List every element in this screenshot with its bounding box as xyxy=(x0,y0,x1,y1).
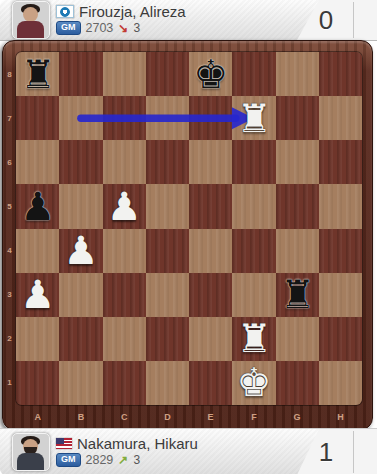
square-b6[interactable] xyxy=(59,140,102,184)
top-player-title-badge: GM xyxy=(56,21,81,35)
square-f8[interactable] xyxy=(232,52,275,96)
file-label-f: F xyxy=(232,407,275,427)
square-f4[interactable] xyxy=(232,229,275,273)
file-label-e: E xyxy=(189,407,232,427)
square-d3[interactable] xyxy=(146,273,189,317)
chess-game-widget: Firouzja, Alireza GM 2703 ↘ 3 0 87654321… xyxy=(0,0,377,474)
square-g8[interactable] xyxy=(276,52,319,96)
board-grid: ♜♚♜♟♟♟♟♜♜♚ xyxy=(16,52,362,405)
square-e3[interactable] xyxy=(189,273,232,317)
top-player-avatar xyxy=(12,1,50,39)
square-h1[interactable] xyxy=(319,361,362,405)
white-rook-f2[interactable]: ♜ xyxy=(232,317,275,361)
fide-flag-icon xyxy=(56,5,74,18)
square-f7[interactable]: ♜ xyxy=(232,96,275,140)
square-b4[interactable]: ♟ xyxy=(59,229,102,273)
square-e6[interactable] xyxy=(189,140,232,184)
square-g5[interactable] xyxy=(276,184,319,228)
rank-label-8: 8 xyxy=(3,52,16,96)
square-h8[interactable] xyxy=(319,52,362,96)
square-b3[interactable] xyxy=(59,273,102,317)
white-king-f1[interactable]: ♚ xyxy=(232,361,275,405)
square-f1[interactable]: ♚ xyxy=(232,361,275,405)
rank-labels: 87654321 xyxy=(3,52,16,405)
square-c5[interactable]: ♟ xyxy=(103,184,146,228)
square-g2[interactable] xyxy=(276,317,319,361)
rank-label-1: 1 xyxy=(3,361,16,405)
square-c2[interactable] xyxy=(103,317,146,361)
square-g4[interactable] xyxy=(276,229,319,273)
avatar-shirt xyxy=(17,453,44,470)
square-a5[interactable]: ♟ xyxy=(16,184,59,228)
avatar-shirt xyxy=(17,21,44,38)
square-d5[interactable] xyxy=(146,184,189,228)
square-d2[interactable] xyxy=(146,317,189,361)
square-h7[interactable] xyxy=(319,96,362,140)
square-a8[interactable]: ♜ xyxy=(16,52,59,96)
file-label-c: C xyxy=(103,407,146,427)
square-h3[interactable] xyxy=(319,273,362,317)
file-label-h: H xyxy=(319,407,362,427)
file-labels: ABCDEFGH xyxy=(16,407,362,427)
square-a1[interactable] xyxy=(16,361,59,405)
square-g1[interactable] xyxy=(276,361,319,405)
square-e2[interactable] xyxy=(189,317,232,361)
bottom-player-title-badge: GM xyxy=(56,453,81,467)
square-d1[interactable] xyxy=(146,361,189,405)
square-d6[interactable] xyxy=(146,140,189,184)
square-d4[interactable] xyxy=(146,229,189,273)
square-f6[interactable] xyxy=(232,140,275,184)
square-a7[interactable] xyxy=(16,96,59,140)
white-pawn-c5[interactable]: ♟ xyxy=(103,184,146,228)
rank-label-6: 6 xyxy=(3,140,16,184)
square-b5[interactable] xyxy=(59,184,102,228)
square-h4[interactable] xyxy=(319,229,362,273)
top-player-name: Firouzja, Alireza xyxy=(79,3,186,20)
square-e4[interactable] xyxy=(189,229,232,273)
square-a6[interactable] xyxy=(16,140,59,184)
file-label-b: B xyxy=(59,407,102,427)
bottom-player-avatar xyxy=(12,433,50,471)
square-d8[interactable] xyxy=(146,52,189,96)
square-h5[interactable] xyxy=(319,184,362,228)
white-rook-f7[interactable]: ♜ xyxy=(232,96,275,140)
black-rook-g3[interactable]: ♜ xyxy=(276,273,319,317)
chess-board: 87654321 ♜♚♜♟♟♟♟♜♜♚ ABCDEFGH xyxy=(2,40,373,430)
rank-label-7: 7 xyxy=(3,96,16,140)
square-a3[interactable]: ♟ xyxy=(16,273,59,317)
square-b2[interactable] xyxy=(59,317,102,361)
bottom-player-rating: 2829 xyxy=(86,453,114,467)
square-f5[interactable] xyxy=(232,184,275,228)
square-h6[interactable] xyxy=(319,140,362,184)
square-e8[interactable]: ♚ xyxy=(189,52,232,96)
score-divider xyxy=(353,2,354,38)
square-f2[interactable]: ♜ xyxy=(232,317,275,361)
square-c8[interactable] xyxy=(103,52,146,96)
square-d7[interactable] xyxy=(146,96,189,140)
white-pawn-b4[interactable]: ♟ xyxy=(59,229,102,273)
trend-down-arrow-icon: ↘ xyxy=(118,21,128,35)
black-pawn-a5[interactable]: ♟ xyxy=(16,184,59,228)
square-c7[interactable] xyxy=(103,96,146,140)
top-player-rating-change: 3 xyxy=(133,21,140,35)
file-label-d: D xyxy=(146,407,189,427)
rank-label-2: 2 xyxy=(3,317,16,361)
square-h2[interactable] xyxy=(319,317,362,361)
square-c1[interactable] xyxy=(103,361,146,405)
top-player-score: 0 xyxy=(303,0,349,40)
top-player-rating: 2703 xyxy=(86,21,114,35)
rank-label-3: 3 xyxy=(3,273,16,317)
square-e1[interactable] xyxy=(189,361,232,405)
square-e7[interactable] xyxy=(189,96,232,140)
rank-label-4: 4 xyxy=(3,229,16,273)
square-f3[interactable] xyxy=(232,273,275,317)
square-c3[interactable] xyxy=(103,273,146,317)
square-a4[interactable] xyxy=(16,229,59,273)
white-pawn-a3[interactable]: ♟ xyxy=(16,273,59,317)
trend-up-arrow-icon: ↗ xyxy=(118,453,128,467)
square-c4[interactable] xyxy=(103,229,146,273)
square-b8[interactable] xyxy=(59,52,102,96)
rank-label-5: 5 xyxy=(3,184,16,228)
square-g3[interactable]: ♜ xyxy=(276,273,319,317)
file-label-g: G xyxy=(276,407,319,427)
file-label-a: A xyxy=(16,407,59,427)
black-rook-a8[interactable]: ♜ xyxy=(16,52,59,96)
bottom-player-name: Nakamura, Hikaru xyxy=(77,435,198,452)
avatar-face xyxy=(23,7,38,22)
square-g6[interactable] xyxy=(276,140,319,184)
bottom-player-score: 1 xyxy=(303,429,349,474)
usa-flag-icon xyxy=(56,438,72,449)
score-divider xyxy=(353,431,354,473)
black-king-e8[interactable]: ♚ xyxy=(189,52,232,96)
square-b7[interactable] xyxy=(59,96,102,140)
bottom-player-bar: Nakamura, Hikaru GM 2829 ↗ 3 1 xyxy=(0,428,377,474)
square-a2[interactable] xyxy=(16,317,59,361)
square-c6[interactable] xyxy=(103,140,146,184)
top-player-bar: Firouzja, Alireza GM 2703 ↘ 3 0 xyxy=(0,0,377,41)
square-e5[interactable] xyxy=(189,184,232,228)
bottom-player-rating-change: 3 xyxy=(133,453,140,467)
square-b1[interactable] xyxy=(59,361,102,405)
square-g7[interactable] xyxy=(276,96,319,140)
